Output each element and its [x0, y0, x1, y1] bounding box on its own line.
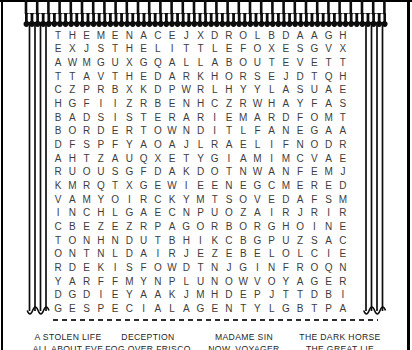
grid-cell[interactable]: E: [151, 179, 165, 193]
grid-cell[interactable]: W: [65, 56, 79, 70]
grid-cell[interactable]: H: [265, 97, 279, 111]
grid-cell[interactable]: A: [336, 125, 350, 139]
grid-cell[interactable]: D: [151, 84, 165, 98]
grid-cell[interactable]: O: [236, 29, 250, 43]
grid-cell[interactable]: I: [265, 138, 279, 152]
grid-cell[interactable]: M: [322, 166, 336, 180]
grid-cell[interactable]: N: [279, 166, 293, 180]
grid-cell[interactable]: E: [265, 193, 279, 207]
grid-cell[interactable]: B: [222, 220, 236, 234]
grid-cell[interactable]: A: [279, 84, 293, 98]
grid-cell[interactable]: C: [222, 234, 236, 248]
grid-cell[interactable]: I: [208, 111, 222, 125]
grid-cell[interactable]: T: [193, 261, 207, 275]
grid-cell[interactable]: S: [122, 111, 136, 125]
grid-cell[interactable]: R: [136, 193, 150, 207]
grid-cell[interactable]: E: [108, 302, 122, 316]
grid-cell[interactable]: E: [108, 29, 122, 43]
grid-cell[interactable]: E: [236, 179, 250, 193]
grid-cell[interactable]: D: [179, 261, 193, 275]
grid-cell[interactable]: T: [108, 179, 122, 193]
grid-cell[interactable]: L: [293, 248, 307, 262]
grid-cell[interactable]: A: [322, 84, 336, 98]
grid-cell[interactable]: K: [51, 179, 65, 193]
grid-cell[interactable]: A: [322, 152, 336, 166]
grid-cell[interactable]: C: [51, 84, 65, 98]
grid-cell[interactable]: E: [151, 207, 165, 221]
grid-cell[interactable]: A: [322, 234, 336, 248]
grid-cell[interactable]: E: [136, 43, 150, 57]
grid-cell[interactable]: D: [208, 29, 222, 43]
grid-cell[interactable]: M: [336, 193, 350, 207]
grid-cell[interactable]: L: [179, 56, 193, 70]
grid-cell[interactable]: E: [193, 248, 207, 262]
grid-cell[interactable]: W: [179, 84, 193, 98]
grid-cell[interactable]: A: [51, 152, 65, 166]
grid-cell[interactable]: I: [122, 193, 136, 207]
grid-cell[interactable]: U: [94, 166, 108, 180]
grid-cell[interactable]: X: [122, 56, 136, 70]
grid-cell[interactable]: N: [208, 261, 222, 275]
grid-cell[interactable]: K: [94, 261, 108, 275]
grid-cell[interactable]: H: [336, 70, 350, 84]
grid-cell[interactable]: O: [222, 275, 236, 289]
grid-cell[interactable]: A: [79, 70, 93, 84]
grid-cell[interactable]: Z: [222, 97, 236, 111]
grid-cell[interactable]: K: [165, 289, 179, 303]
grid-cell[interactable]: P: [165, 84, 179, 98]
grid-cell[interactable]: T: [65, 70, 79, 84]
grid-cell[interactable]: E: [279, 56, 293, 70]
grid-cell[interactable]: N: [122, 29, 136, 43]
grid-cell[interactable]: R: [208, 220, 222, 234]
grid-cell[interactable]: X: [122, 179, 136, 193]
grid-cell[interactable]: G: [51, 302, 65, 316]
grid-cell[interactable]: I: [322, 207, 336, 221]
grid-cell[interactable]: V: [94, 70, 108, 84]
grid-cell[interactable]: N: [65, 248, 79, 262]
grid-cell[interactable]: A: [250, 111, 264, 125]
grid-cell[interactable]: N: [79, 234, 93, 248]
grid-cell[interactable]: J: [293, 207, 307, 221]
grid-cell[interactable]: M: [79, 193, 93, 207]
grid-cell[interactable]: Y: [51, 275, 65, 289]
grid-cell[interactable]: A: [336, 302, 350, 316]
grid-cell[interactable]: P: [250, 289, 264, 303]
grid-cell[interactable]: A: [322, 125, 336, 139]
grid-cell[interactable]: T: [108, 70, 122, 84]
grid-cell[interactable]: Q: [322, 70, 336, 84]
grid-cell[interactable]: T: [51, 70, 65, 84]
grid-cell[interactable]: Q: [151, 56, 165, 70]
word-list-item[interactable]: DECEPTION: [105, 331, 190, 343]
grid-cell[interactable]: B: [51, 125, 65, 139]
grid-cell[interactable]: C: [151, 29, 165, 43]
grid-cell[interactable]: N: [236, 166, 250, 180]
word-list-item[interactable]: THE DARK HORSE: [299, 331, 380, 343]
grid-cell[interactable]: H: [193, 97, 207, 111]
grid-cell[interactable]: A: [136, 248, 150, 262]
grid-cell[interactable]: P: [94, 138, 108, 152]
grid-cell[interactable]: C: [79, 207, 93, 221]
grid-cell[interactable]: Q: [136, 152, 150, 166]
word-list-item[interactable]: FOG OVER FRISCO: [105, 343, 190, 350]
grid-cell[interactable]: F: [108, 138, 122, 152]
grid-cell[interactable]: B: [236, 248, 250, 262]
grid-cell[interactable]: Z: [94, 220, 108, 234]
grid-cell[interactable]: A: [208, 56, 222, 70]
grid-cell[interactable]: G: [322, 29, 336, 43]
grid-cell[interactable]: A: [65, 193, 79, 207]
grid-cell[interactable]: M: [322, 111, 336, 125]
grid-cell[interactable]: T: [179, 152, 193, 166]
grid-cell[interactable]: R: [51, 166, 65, 180]
grid-cell[interactable]: D: [279, 29, 293, 43]
grid-cell[interactable]: S: [336, 97, 350, 111]
grid-cell[interactable]: L: [208, 43, 222, 57]
grid-cell[interactable]: D: [51, 138, 65, 152]
grid-cell[interactable]: H: [65, 152, 79, 166]
grid-cell[interactable]: F: [65, 138, 79, 152]
grid-cell[interactable]: G: [122, 166, 136, 180]
grid-cell[interactable]: E: [279, 43, 293, 57]
grid-cell[interactable]: G: [65, 97, 79, 111]
grid-cell[interactable]: I: [51, 207, 65, 221]
grid-cell[interactable]: U: [307, 84, 321, 98]
grid-cell[interactable]: R: [265, 111, 279, 125]
grid-cell[interactable]: T: [307, 302, 321, 316]
grid-cell[interactable]: R: [179, 70, 193, 84]
grid-cell[interactable]: E: [307, 56, 321, 70]
grid-cell[interactable]: Y: [122, 289, 136, 303]
grid-cell[interactable]: X: [122, 84, 136, 98]
grid-cell[interactable]: O: [65, 125, 79, 139]
grid-cell[interactable]: T: [108, 43, 122, 57]
grid-cell[interactable]: S: [307, 234, 321, 248]
grid-cell[interactable]: O: [108, 193, 122, 207]
grid-cell[interactable]: E: [165, 29, 179, 43]
grid-cell[interactable]: E: [65, 302, 79, 316]
grid-cell[interactable]: R: [165, 248, 179, 262]
grid-cell[interactable]: L: [250, 138, 264, 152]
grid-cell[interactable]: I: [151, 248, 165, 262]
grid-cell[interactable]: H: [208, 289, 222, 303]
grid-cell[interactable]: F: [108, 275, 122, 289]
grid-cell[interactable]: G: [236, 261, 250, 275]
grid-cell[interactable]: E: [250, 248, 264, 262]
grid-cell[interactable]: J: [179, 29, 193, 43]
grid-cell[interactable]: Z: [94, 152, 108, 166]
grid-cell[interactable]: O: [51, 248, 65, 262]
grid-cell[interactable]: F: [236, 43, 250, 57]
grid-cell[interactable]: A: [165, 138, 179, 152]
grid-cell[interactable]: O: [65, 234, 79, 248]
grid-cell[interactable]: T: [307, 70, 321, 84]
grid-cell[interactable]: O: [151, 261, 165, 275]
grid-cell[interactable]: A: [222, 138, 236, 152]
grid-cell[interactable]: A: [179, 111, 193, 125]
grid-cell[interactable]: W: [236, 275, 250, 289]
grid-cell[interactable]: O: [293, 220, 307, 234]
grid-cell[interactable]: L: [265, 84, 279, 98]
grid-cell[interactable]: E: [336, 152, 350, 166]
grid-cell[interactable]: L: [193, 138, 207, 152]
grid-cell[interactable]: B: [51, 111, 65, 125]
grid-cell[interactable]: N: [222, 179, 236, 193]
grid-cell[interactable]: T: [193, 43, 207, 57]
grid-cell[interactable]: J: [179, 248, 193, 262]
grid-cell[interactable]: D: [279, 193, 293, 207]
grid-cell[interactable]: H: [279, 220, 293, 234]
grid-cell[interactable]: J: [179, 289, 193, 303]
grid-cell[interactable]: R: [79, 179, 93, 193]
grid-cell[interactable]: F: [279, 138, 293, 152]
grid-cell[interactable]: G: [307, 125, 321, 139]
grid-cell[interactable]: X: [265, 43, 279, 57]
grid-cell[interactable]: X: [336, 43, 350, 57]
grid-cell[interactable]: F: [293, 111, 307, 125]
grid-cell[interactable]: B: [165, 234, 179, 248]
grid-cell[interactable]: O: [236, 220, 250, 234]
grid-cell[interactable]: K: [165, 193, 179, 207]
grid-cell[interactable]: T: [222, 125, 236, 139]
grid-cell[interactable]: T: [279, 289, 293, 303]
grid-cell[interactable]: U: [122, 152, 136, 166]
grid-cell[interactable]: E: [307, 166, 321, 180]
grid-cell[interactable]: A: [136, 207, 150, 221]
grid-cell[interactable]: T: [322, 56, 336, 70]
grid-cell[interactable]: R: [293, 261, 307, 275]
grid-cell[interactable]: H: [208, 70, 222, 84]
grid-cell[interactable]: X: [65, 43, 79, 57]
grid-cell[interactable]: X: [151, 152, 165, 166]
grid-cell[interactable]: D: [193, 125, 207, 139]
grid-cell[interactable]: U: [136, 234, 150, 248]
grid-cell[interactable]: R: [307, 207, 321, 221]
grid-cell[interactable]: F: [307, 97, 321, 111]
grid-cell[interactable]: O: [279, 248, 293, 262]
grid-cell[interactable]: L: [265, 248, 279, 262]
grid-cell[interactable]: Z: [122, 220, 136, 234]
grid-cell[interactable]: A: [165, 70, 179, 84]
grid-cell[interactable]: T: [51, 29, 65, 43]
grid-cell[interactable]: V: [250, 193, 264, 207]
grid-cell[interactable]: E: [108, 125, 122, 139]
grid-cell[interactable]: S: [322, 193, 336, 207]
grid-cell[interactable]: S: [122, 261, 136, 275]
grid-cell[interactable]: W: [165, 261, 179, 275]
grid-cell[interactable]: C: [293, 152, 307, 166]
grid-cell[interactable]: C: [122, 302, 136, 316]
grid-cell[interactable]: M: [193, 193, 207, 207]
grid-cell[interactable]: R: [336, 138, 350, 152]
grid-cell[interactable]: S: [94, 43, 108, 57]
grid-cell[interactable]: A: [51, 56, 65, 70]
grid-cell[interactable]: I: [336, 289, 350, 303]
grid-cell[interactable]: I: [108, 261, 122, 275]
grid-cell[interactable]: B: [108, 84, 122, 98]
grid-cell[interactable]: R: [136, 97, 150, 111]
grid-cell[interactable]: R: [236, 70, 250, 84]
grid-cell[interactable]: P: [94, 302, 108, 316]
grid-cell[interactable]: E: [108, 220, 122, 234]
grid-cell[interactable]: S: [94, 111, 108, 125]
grid-cell[interactable]: W: [250, 166, 264, 180]
grid-cell[interactable]: S: [250, 70, 264, 84]
grid-cell[interactable]: A: [265, 166, 279, 180]
grid-cell[interactable]: Y: [179, 193, 193, 207]
grid-cell[interactable]: A: [65, 275, 79, 289]
grid-cell[interactable]: D: [193, 166, 207, 180]
grid-cell[interactable]: H: [122, 70, 136, 84]
grid-cell[interactable]: H: [94, 207, 108, 221]
grid-cell[interactable]: A: [250, 207, 264, 221]
grid-cell[interactable]: Y: [250, 84, 264, 98]
grid-cell[interactable]: F: [136, 261, 150, 275]
grid-cell[interactable]: A: [165, 166, 179, 180]
grid-cell[interactable]: T: [336, 56, 350, 70]
grid-cell[interactable]: E: [293, 179, 307, 193]
grid-cell[interactable]: A: [165, 220, 179, 234]
grid-cell[interactable]: E: [293, 125, 307, 139]
grid-cell[interactable]: B: [293, 302, 307, 316]
grid-cell[interactable]: E: [222, 248, 236, 262]
grid-cell[interactable]: E: [79, 29, 93, 43]
grid-cell[interactable]: W: [165, 125, 179, 139]
grid-cell[interactable]: T: [293, 289, 307, 303]
grid-cell[interactable]: A: [279, 97, 293, 111]
grid-cell[interactable]: A: [136, 138, 150, 152]
grid-cell[interactable]: D: [279, 111, 293, 125]
grid-cell[interactable]: C: [165, 207, 179, 221]
grid-cell[interactable]: N: [94, 248, 108, 262]
grid-cell[interactable]: A: [136, 289, 150, 303]
grid-cell[interactable]: O: [222, 207, 236, 221]
grid-cell[interactable]: D: [79, 289, 93, 303]
grid-cell[interactable]: T: [136, 125, 150, 139]
grid-cell[interactable]: L: [250, 29, 264, 43]
grid-cell[interactable]: P: [151, 220, 165, 234]
grid-cell[interactable]: H: [94, 234, 108, 248]
grid-cell[interactable]: O: [193, 220, 207, 234]
grid-cell[interactable]: W: [250, 97, 264, 111]
grid-cell[interactable]: R: [165, 111, 179, 125]
grid-cell[interactable]: I: [322, 248, 336, 262]
grid-cell[interactable]: Y: [136, 275, 150, 289]
grid-cell[interactable]: I: [250, 261, 264, 275]
grid-cell[interactable]: D: [65, 261, 79, 275]
grid-cell[interactable]: L: [236, 125, 250, 139]
grid-cell[interactable]: A: [265, 125, 279, 139]
grid-cell[interactable]: V: [322, 43, 336, 57]
grid-cell[interactable]: T: [51, 234, 65, 248]
grid-cell[interactable]: L: [151, 43, 165, 57]
grid-cell[interactable]: Y: [94, 193, 108, 207]
grid-cell[interactable]: R: [79, 125, 93, 139]
grid-cell[interactable]: R: [236, 97, 250, 111]
grid-cell[interactable]: R: [94, 84, 108, 98]
grid-cell[interactable]: N: [265, 261, 279, 275]
grid-cell[interactable]: U: [108, 56, 122, 70]
grid-cell[interactable]: O: [208, 166, 222, 180]
grid-cell[interactable]: D: [151, 166, 165, 180]
grid-cell[interactable]: J: [336, 166, 350, 180]
grid-cell[interactable]: Y: [122, 138, 136, 152]
grid-cell[interactable]: U: [193, 275, 207, 289]
grid-cell[interactable]: O: [250, 43, 264, 57]
grid-cell[interactable]: I: [307, 220, 321, 234]
grid-cell[interactable]: E: [265, 70, 279, 84]
grid-cell[interactable]: O: [307, 138, 321, 152]
grid-cell[interactable]: T: [236, 302, 250, 316]
grid-cell[interactable]: G: [307, 43, 321, 57]
grid-cell[interactable]: V: [250, 275, 264, 289]
grid-cell[interactable]: N: [293, 138, 307, 152]
grid-cell[interactable]: O: [236, 193, 250, 207]
grid-cell[interactable]: X: [193, 29, 207, 43]
grid-cell[interactable]: S: [79, 302, 93, 316]
grid-cell[interactable]: E: [336, 248, 350, 262]
grid-cell[interactable]: K: [179, 166, 193, 180]
grid-cell[interactable]: Y: [279, 275, 293, 289]
grid-cell[interactable]: A: [236, 152, 250, 166]
grid-cell[interactable]: D: [222, 289, 236, 303]
grid-cell[interactable]: H: [336, 29, 350, 43]
grid-cell[interactable]: V: [51, 193, 65, 207]
grid-cell[interactable]: I: [108, 97, 122, 111]
grid-cell[interactable]: C: [307, 248, 321, 262]
grid-cell[interactable]: G: [94, 56, 108, 70]
grid-cell[interactable]: M: [65, 179, 79, 193]
grid-cell[interactable]: D: [79, 111, 93, 125]
grid-cell[interactable]: T: [79, 152, 93, 166]
grid-cell[interactable]: G: [136, 56, 150, 70]
grid-cell[interactable]: G: [250, 179, 264, 193]
grid-cell[interactable]: G: [265, 220, 279, 234]
grid-cell[interactable]: M: [79, 56, 93, 70]
grid-cell[interactable]: E: [108, 289, 122, 303]
grid-cell[interactable]: O: [236, 56, 250, 70]
grid-cell[interactable]: G: [65, 289, 79, 303]
grid-cell[interactable]: R: [79, 275, 93, 289]
grid-cell[interactable]: B: [65, 220, 79, 234]
grid-cell[interactable]: A: [293, 29, 307, 43]
grid-cell[interactable]: H: [179, 234, 193, 248]
grid-cell[interactable]: J: [222, 261, 236, 275]
grid-cell[interactable]: I: [265, 152, 279, 166]
grid-cell[interactable]: I: [108, 111, 122, 125]
grid-cell[interactable]: Y: [250, 302, 264, 316]
grid-cell[interactable]: M: [122, 275, 136, 289]
word-list-item[interactable]: A STOLEN LIFE: [33, 331, 103, 343]
grid-cell[interactable]: L: [265, 302, 279, 316]
grid-cell[interactable]: T: [336, 111, 350, 125]
grid-cell[interactable]: N: [179, 97, 193, 111]
grid-cell[interactable]: D: [336, 179, 350, 193]
grid-cell[interactable]: R: [193, 84, 207, 98]
grid-cell[interactable]: T: [136, 111, 150, 125]
grid-cell[interactable]: T: [179, 43, 193, 57]
grid-cell[interactable]: Z: [208, 248, 222, 262]
grid-cell[interactable]: V: [293, 56, 307, 70]
grid-cell[interactable]: I: [94, 289, 108, 303]
grid-cell[interactable]: E: [322, 179, 336, 193]
grid-cell[interactable]: M: [236, 111, 250, 125]
grid-cell[interactable]: O: [79, 166, 93, 180]
grid-cell[interactable]: A: [165, 56, 179, 70]
grid-cell[interactable]: C: [336, 234, 350, 248]
grid-cell[interactable]: H: [122, 43, 136, 57]
